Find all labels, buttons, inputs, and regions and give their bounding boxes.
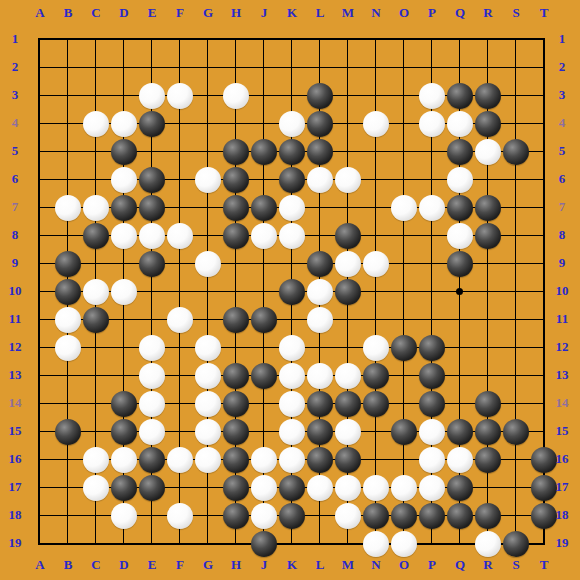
col-label-bottom-E: E <box>139 558 165 572</box>
black-stone-H13 <box>223 363 249 389</box>
white-stone-E13 <box>139 363 165 389</box>
row-label-right-2: 2 <box>549 60 575 74</box>
col-label-bottom-F: F <box>167 558 193 572</box>
black-stone-L5 <box>307 139 333 165</box>
black-stone-E4 <box>139 111 165 137</box>
white-stone-Q6 <box>447 167 473 193</box>
white-stone-N9 <box>363 251 389 277</box>
white-stone-Q8 <box>447 223 473 249</box>
white-stone-M15 <box>335 419 361 445</box>
black-stone-H16 <box>223 447 249 473</box>
row-label-right-13: 13 <box>549 368 575 382</box>
white-stone-D8 <box>111 223 137 249</box>
black-stone-R15 <box>475 419 501 445</box>
row-label-left-9: 9 <box>2 256 28 270</box>
col-label-bottom-L: L <box>307 558 333 572</box>
black-stone-E9 <box>139 251 165 277</box>
black-stone-O12 <box>391 335 417 361</box>
white-stone-F8 <box>167 223 193 249</box>
black-stone-H5 <box>223 139 249 165</box>
white-stone-M9 <box>335 251 361 277</box>
col-label-top-L: L <box>307 6 333 20</box>
white-stone-J17 <box>251 475 277 501</box>
col-label-top-F: F <box>167 6 193 20</box>
white-stone-B7 <box>55 195 81 221</box>
col-label-top-M: M <box>335 6 361 20</box>
black-stone-D7 <box>111 195 137 221</box>
col-label-bottom-B: B <box>55 558 81 572</box>
col-label-top-J: J <box>251 6 277 20</box>
row-label-right-10: 10 <box>549 284 575 298</box>
col-label-bottom-M: M <box>335 558 361 572</box>
black-stone-J13 <box>251 363 277 389</box>
col-label-bottom-D: D <box>111 558 137 572</box>
white-stone-P3 <box>419 83 445 109</box>
white-stone-K7 <box>279 195 305 221</box>
col-label-bottom-R: R <box>475 558 501 572</box>
black-stone-M14 <box>335 391 361 417</box>
black-stone-E17 <box>139 475 165 501</box>
black-stone-K17 <box>279 475 305 501</box>
col-label-top-Q: Q <box>447 6 473 20</box>
col-label-bottom-T: T <box>531 558 557 572</box>
white-stone-P16 <box>419 447 445 473</box>
white-stone-L6 <box>307 167 333 193</box>
col-label-top-E: E <box>139 6 165 20</box>
row-label-left-15: 15 <box>2 424 28 438</box>
black-stone-H7 <box>223 195 249 221</box>
black-stone-L3 <box>307 83 333 109</box>
black-stone-S19 <box>503 531 529 557</box>
black-stone-J19 <box>251 531 277 557</box>
white-stone-O7 <box>391 195 417 221</box>
col-label-bottom-P: P <box>419 558 445 572</box>
white-stone-E12 <box>139 335 165 361</box>
col-label-bottom-S: S <box>503 558 529 572</box>
white-stone-P17 <box>419 475 445 501</box>
row-label-left-16: 16 <box>2 452 28 466</box>
col-label-top-T: T <box>531 6 557 20</box>
white-stone-M6 <box>335 167 361 193</box>
black-stone-O18 <box>391 503 417 529</box>
white-stone-G9 <box>195 251 221 277</box>
white-stone-P15 <box>419 419 445 445</box>
white-stone-M13 <box>335 363 361 389</box>
col-label-bottom-Q: Q <box>447 558 473 572</box>
white-stone-K8 <box>279 223 305 249</box>
black-stone-E6 <box>139 167 165 193</box>
black-stone-Q7 <box>447 195 473 221</box>
row-label-left-7: 7 <box>2 200 28 214</box>
black-stone-B10 <box>55 279 81 305</box>
white-stone-J18 <box>251 503 277 529</box>
col-label-bottom-N: N <box>363 558 389 572</box>
white-stone-L11 <box>307 307 333 333</box>
white-stone-P7 <box>419 195 445 221</box>
black-stone-H14 <box>223 391 249 417</box>
row-label-right-11: 11 <box>549 312 575 326</box>
col-label-top-S: S <box>503 6 529 20</box>
black-stone-P13 <box>419 363 445 389</box>
col-label-top-B: B <box>55 6 81 20</box>
black-stone-P14 <box>419 391 445 417</box>
white-stone-K14 <box>279 391 305 417</box>
col-label-top-C: C <box>83 6 109 20</box>
row-label-left-8: 8 <box>2 228 28 242</box>
white-stone-F18 <box>167 503 193 529</box>
go-board-screen: AABBCCDDEEFFGGHHJJKKLLMMNNOOPPQQRRSSTT11… <box>0 0 580 580</box>
row-label-right-16: 16 <box>549 452 575 466</box>
col-label-bottom-H: H <box>223 558 249 572</box>
black-stone-Q5 <box>447 139 473 165</box>
white-stone-N4 <box>363 111 389 137</box>
row-label-left-5: 5 <box>2 144 28 158</box>
row-label-left-17: 17 <box>2 480 28 494</box>
black-stone-Q3 <box>447 83 473 109</box>
col-label-bottom-A: A <box>27 558 53 572</box>
black-stone-H17 <box>223 475 249 501</box>
white-stone-D18 <box>111 503 137 529</box>
white-stone-P4 <box>419 111 445 137</box>
white-stone-N19 <box>363 531 389 557</box>
row-label-left-3: 3 <box>2 88 28 102</box>
white-stone-Q4 <box>447 111 473 137</box>
black-stone-N18 <box>363 503 389 529</box>
white-stone-F3 <box>167 83 193 109</box>
col-label-top-P: P <box>419 6 445 20</box>
white-stone-N17 <box>363 475 389 501</box>
black-stone-L9 <box>307 251 333 277</box>
row-label-right-9: 9 <box>549 256 575 270</box>
row-label-right-18: 18 <box>549 508 575 522</box>
black-stone-S5 <box>503 139 529 165</box>
col-label-top-G: G <box>195 6 221 20</box>
row-label-left-12: 12 <box>2 340 28 354</box>
col-label-top-D: D <box>111 6 137 20</box>
black-stone-M8 <box>335 223 361 249</box>
black-stone-K5 <box>279 139 305 165</box>
black-stone-N14 <box>363 391 389 417</box>
row-label-right-7: 7 <box>549 200 575 214</box>
row-label-left-13: 13 <box>2 368 28 382</box>
black-stone-H8 <box>223 223 249 249</box>
black-stone-J11 <box>251 307 277 333</box>
row-label-right-19: 19 <box>549 536 575 550</box>
white-stone-G12 <box>195 335 221 361</box>
black-stone-L14 <box>307 391 333 417</box>
black-stone-C8 <box>83 223 109 249</box>
black-stone-M10 <box>335 279 361 305</box>
black-stone-D15 <box>111 419 137 445</box>
white-stone-E15 <box>139 419 165 445</box>
black-stone-H15 <box>223 419 249 445</box>
black-stone-H18 <box>223 503 249 529</box>
white-stone-J16 <box>251 447 277 473</box>
row-label-right-1: 1 <box>549 32 575 46</box>
white-stone-O17 <box>391 475 417 501</box>
black-stone-J5 <box>251 139 277 165</box>
white-stone-J8 <box>251 223 277 249</box>
star-point-Q10 <box>456 288 463 295</box>
white-stone-E8 <box>139 223 165 249</box>
white-stone-D16 <box>111 447 137 473</box>
white-stone-B11 <box>55 307 81 333</box>
white-stone-F16 <box>167 447 193 473</box>
white-stone-K4 <box>279 111 305 137</box>
black-stone-K18 <box>279 503 305 529</box>
white-stone-C17 <box>83 475 109 501</box>
black-stone-P12 <box>419 335 445 361</box>
white-stone-C7 <box>83 195 109 221</box>
black-stone-Q15 <box>447 419 473 445</box>
white-stone-Q16 <box>447 447 473 473</box>
black-stone-R14 <box>475 391 501 417</box>
row-label-right-14: 14 <box>549 396 575 410</box>
black-stone-Q17 <box>447 475 473 501</box>
black-stone-R18 <box>475 503 501 529</box>
col-label-bottom-J: J <box>251 558 277 572</box>
black-stone-R4 <box>475 111 501 137</box>
row-label-left-6: 6 <box>2 172 28 186</box>
black-stone-R7 <box>475 195 501 221</box>
black-stone-P18 <box>419 503 445 529</box>
white-stone-L13 <box>307 363 333 389</box>
black-stone-D17 <box>111 475 137 501</box>
white-stone-L17 <box>307 475 333 501</box>
white-stone-O19 <box>391 531 417 557</box>
black-stone-L16 <box>307 447 333 473</box>
black-stone-Q9 <box>447 251 473 277</box>
black-stone-R16 <box>475 447 501 473</box>
white-stone-R19 <box>475 531 501 557</box>
white-stone-G14 <box>195 391 221 417</box>
white-stone-G6 <box>195 167 221 193</box>
white-stone-G13 <box>195 363 221 389</box>
white-stone-H3 <box>223 83 249 109</box>
white-stone-K13 <box>279 363 305 389</box>
black-stone-K10 <box>279 279 305 305</box>
col-label-top-O: O <box>391 6 417 20</box>
white-stone-C10 <box>83 279 109 305</box>
col-label-bottom-C: C <box>83 558 109 572</box>
black-stone-E7 <box>139 195 165 221</box>
black-stone-O15 <box>391 419 417 445</box>
col-label-bottom-K: K <box>279 558 305 572</box>
row-label-left-18: 18 <box>2 508 28 522</box>
black-stone-N13 <box>363 363 389 389</box>
white-stone-K15 <box>279 419 305 445</box>
white-stone-C4 <box>83 111 109 137</box>
black-stone-J7 <box>251 195 277 221</box>
white-stone-D4 <box>111 111 137 137</box>
col-label-bottom-O: O <box>391 558 417 572</box>
white-stone-D10 <box>111 279 137 305</box>
row-label-left-10: 10 <box>2 284 28 298</box>
white-stone-F11 <box>167 307 193 333</box>
white-stone-E14 <box>139 391 165 417</box>
black-stone-S15 <box>503 419 529 445</box>
col-label-top-A: A <box>27 6 53 20</box>
row-label-left-11: 11 <box>2 312 28 326</box>
row-label-right-15: 15 <box>549 424 575 438</box>
black-stone-B9 <box>55 251 81 277</box>
black-stone-R3 <box>475 83 501 109</box>
white-stone-C16 <box>83 447 109 473</box>
black-stone-L15 <box>307 419 333 445</box>
row-label-left-4: 4 <box>2 116 28 130</box>
white-stone-D6 <box>111 167 137 193</box>
black-stone-C11 <box>83 307 109 333</box>
white-stone-R5 <box>475 139 501 165</box>
white-stone-G15 <box>195 419 221 445</box>
row-label-right-3: 3 <box>549 88 575 102</box>
white-stone-M17 <box>335 475 361 501</box>
white-stone-E3 <box>139 83 165 109</box>
black-stone-Q18 <box>447 503 473 529</box>
black-stone-R8 <box>475 223 501 249</box>
row-label-left-14: 14 <box>2 396 28 410</box>
row-label-right-6: 6 <box>549 172 575 186</box>
row-label-left-19: 19 <box>2 536 28 550</box>
col-label-top-R: R <box>475 6 501 20</box>
row-label-right-8: 8 <box>549 228 575 242</box>
black-stone-E16 <box>139 447 165 473</box>
row-label-left-2: 2 <box>2 60 28 74</box>
white-stone-B12 <box>55 335 81 361</box>
row-label-right-17: 17 <box>549 480 575 494</box>
white-stone-M18 <box>335 503 361 529</box>
black-stone-H6 <box>223 167 249 193</box>
row-label-right-4: 4 <box>549 116 575 130</box>
col-label-bottom-G: G <box>195 558 221 572</box>
white-stone-K12 <box>279 335 305 361</box>
white-stone-G16 <box>195 447 221 473</box>
black-stone-D14 <box>111 391 137 417</box>
black-stone-L4 <box>307 111 333 137</box>
white-stone-N12 <box>363 335 389 361</box>
black-stone-B15 <box>55 419 81 445</box>
row-label-left-1: 1 <box>2 32 28 46</box>
white-stone-L10 <box>307 279 333 305</box>
white-stone-K16 <box>279 447 305 473</box>
black-stone-D5 <box>111 139 137 165</box>
col-label-top-K: K <box>279 6 305 20</box>
black-stone-M16 <box>335 447 361 473</box>
black-stone-K6 <box>279 167 305 193</box>
col-label-top-N: N <box>363 6 389 20</box>
row-label-right-5: 5 <box>549 144 575 158</box>
row-label-right-12: 12 <box>549 340 575 354</box>
black-stone-H11 <box>223 307 249 333</box>
col-label-top-H: H <box>223 6 249 20</box>
